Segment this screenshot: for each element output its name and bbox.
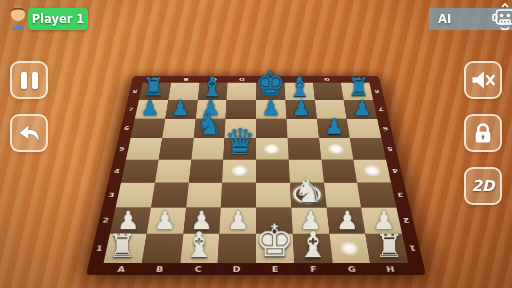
ai-label: AI [438,12,451,26]
square-f5[interactable] [287,138,321,159]
square-f3[interactable]: ♞ [290,183,326,208]
ai-badge: AI [429,8,512,30]
white-pawn-g2[interactable]: ♟ [336,209,359,232]
square-g3[interactable] [323,183,361,208]
lock-button[interactable] [464,114,502,152]
square-c4[interactable] [189,160,224,183]
square-c3[interactable] [186,183,222,208]
square-b4[interactable] [155,160,191,183]
white-rook-a1[interactable]: ♜ [108,232,137,262]
square-h6[interactable] [347,119,382,139]
square-d1[interactable] [218,234,256,263]
square-e7[interactable]: ♟ [256,100,286,119]
square-b3[interactable] [151,183,189,208]
square-e4[interactable] [256,160,290,183]
square-d4[interactable] [222,160,256,183]
white-pawn-b2[interactable]: ♟ [153,209,176,232]
black-knight-c6[interactable]: ♞ [196,111,222,138]
coord-label-D-bottom: D [217,263,256,275]
player-avatar [7,4,29,30]
square-f7[interactable]: ♟ [285,100,316,119]
game-screen: ABCDEFGH8♜♝♚♝♜87♟♟♟♟♟♟76♞♟65♛5443♞32♟♟♟♟… [0,0,512,288]
undo-arrow-icon [16,121,42,145]
square-a4[interactable] [121,160,158,183]
coord-label-F-bottom: F [294,263,333,275]
square-e6[interactable] [256,119,287,139]
black-pawn-e7[interactable]: ♟ [262,98,281,117]
pause-icon [21,72,38,89]
coord-label-C-bottom: C [179,263,218,275]
square-g1[interactable] [329,234,370,263]
square-c1[interactable]: ♝ [180,234,220,263]
white-king-e1[interactable]: ♚ [255,221,295,262]
square-c6[interactable]: ♞ [193,119,225,139]
frame-corner [408,263,426,275]
square-g2[interactable]: ♟ [326,207,365,234]
player1-label: Player 1 [32,12,85,26]
black-queen-d5[interactable]: ♛ [224,126,256,158]
square-h1[interactable]: ♜ [366,234,409,263]
square-b6[interactable] [162,119,195,139]
white-bishop-f1[interactable]: ♝ [297,229,329,261]
coord-label-E-bottom: E [256,263,295,275]
square-g6[interactable]: ♟ [317,119,350,139]
padlock-icon [471,121,495,145]
square-a5[interactable] [126,138,162,159]
square-a1[interactable]: ♜ [104,234,147,263]
board-plane: ABCDEFGH8♜♝♚♝♜87♟♟♟♟♟♟76♞♟65♛5443♞32♟♟♟♟… [86,76,426,275]
pause-button[interactable] [10,61,48,99]
black-pawn-b7[interactable]: ♟ [171,98,190,117]
square-g4[interactable] [321,160,357,183]
white-rook-h1[interactable]: ♜ [375,232,404,262]
square-g5[interactable] [319,138,354,159]
coord-label-H-bottom: H [370,263,411,275]
square-h4[interactable] [354,160,391,183]
square-a7[interactable]: ♟ [135,100,168,119]
white-pawn-d2[interactable]: ♟ [226,209,249,232]
ai-robot-icon [492,2,512,32]
black-pawn-g6[interactable]: ♟ [324,117,344,137]
coord-label-G-bottom: G [332,263,372,275]
square-f6[interactable] [286,119,318,139]
square-c5[interactable] [191,138,225,159]
white-knight-f3[interactable]: ♞ [294,176,323,206]
speaker-muted-icon [470,68,496,92]
square-d5[interactable]: ♛ [223,138,256,159]
square-d7[interactable] [226,100,256,119]
square-d2[interactable]: ♟ [219,207,256,234]
square-d3[interactable] [221,183,256,208]
black-pawn-h7[interactable]: ♟ [352,98,371,117]
square-e5[interactable] [256,138,289,159]
coord-label-8-right: 8 [369,83,384,100]
view-2d-label: 2D [472,177,495,195]
square-h3[interactable] [357,183,396,208]
square-b1[interactable] [142,234,183,263]
black-pawn-a7[interactable]: ♟ [141,98,160,117]
square-g8[interactable] [313,83,344,100]
view-2d-button[interactable]: 2D [464,167,502,205]
coord-label-B-bottom: B [140,263,180,275]
square-b7[interactable]: ♟ [165,100,197,119]
mute-button[interactable] [464,61,502,99]
square-h7[interactable]: ♟ [344,100,377,119]
white-bishop-c1[interactable]: ♝ [183,229,215,261]
square-b2[interactable]: ♟ [146,207,185,234]
coord-label-A-bottom: A [101,263,142,275]
black-pawn-f7[interactable]: ♟ [292,98,311,117]
undo-button[interactable] [10,114,48,152]
square-e3[interactable] [256,183,291,208]
square-e1[interactable]: ♚ [256,234,294,263]
square-b5[interactable] [158,138,193,159]
square-f1[interactable]: ♝ [293,234,333,263]
square-d8[interactable] [227,83,256,100]
square-a6[interactable] [131,119,166,139]
square-h5[interactable] [350,138,386,159]
player1-badge: Player 1 [28,8,88,30]
square-a3[interactable] [116,183,155,208]
